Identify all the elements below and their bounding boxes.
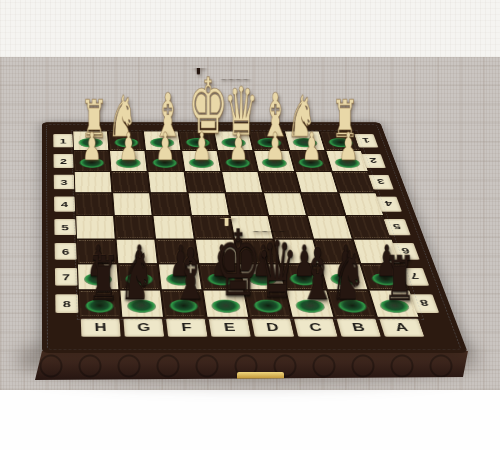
square-f6[interactable] <box>155 239 198 264</box>
square-h8[interactable] <box>78 290 122 317</box>
file-label-f: F <box>166 319 208 337</box>
board-scene: 1234567812345678HGFEDCBA♜♞♝♚♛♝♞♜♟♟♟♟♟♟♟♟… <box>0 0 500 450</box>
square-e7[interactable] <box>198 264 243 290</box>
square-e3[interactable] <box>184 171 225 193</box>
square-c4[interactable] <box>263 193 307 216</box>
square-g4[interactable] <box>112 193 152 216</box>
rank-label-left-4: 4 <box>54 196 75 211</box>
rank-label-left-6: 6 <box>55 243 77 260</box>
square-g7[interactable] <box>117 264 160 290</box>
rank-label-left-1: 1 <box>53 134 73 147</box>
file-label-h: H <box>81 319 121 337</box>
file-label-d: D <box>251 319 294 337</box>
square-d3[interactable] <box>221 171 263 193</box>
square-h6[interactable] <box>76 239 117 264</box>
rank-label-right-4: 4 <box>376 196 402 211</box>
square-c3[interactable] <box>258 171 301 193</box>
rank-label-left-2: 2 <box>54 154 74 168</box>
square-h2[interactable] <box>73 151 111 172</box>
white-queen-crown-balls <box>220 73 248 79</box>
square-h3[interactable] <box>74 171 112 193</box>
square-f4[interactable] <box>150 193 191 216</box>
file-label-g: G <box>123 319 164 337</box>
square-h4[interactable] <box>75 193 114 216</box>
file-label-a: A <box>379 319 424 337</box>
square-f3[interactable] <box>148 171 188 193</box>
square-g5[interactable] <box>114 215 155 239</box>
rank-label-left-8: 8 <box>55 294 78 313</box>
file-label-e: E <box>209 319 251 337</box>
rank-label-left-7: 7 <box>55 268 78 286</box>
square-f8[interactable] <box>161 290 207 317</box>
square-f2[interactable] <box>145 151 184 172</box>
photo-canvas: 1234567812345678HGFEDCBA♜♞♝♚♛♝♞♜♟♟♟♟♟♟♟♟… <box>0 0 500 450</box>
square-g1[interactable] <box>108 131 145 151</box>
square-d4[interactable] <box>225 193 268 216</box>
board: 1234567812345678HGFEDCBA♜♞♝♚♛♝♞♜♟♟♟♟♟♟♟♟… <box>42 122 468 353</box>
square-c5[interactable] <box>268 215 313 239</box>
square-e5[interactable] <box>191 215 234 239</box>
white-king-finial <box>193 61 204 75</box>
file-label-b: B <box>337 319 381 337</box>
rank-label-left-5: 5 <box>54 219 76 235</box>
rank-label-right-3: 3 <box>368 175 394 190</box>
square-g3[interactable] <box>111 171 150 193</box>
square-e1[interactable] <box>178 131 217 151</box>
rank-label-left-3: 3 <box>54 175 75 190</box>
file-label-c: C <box>294 319 338 337</box>
